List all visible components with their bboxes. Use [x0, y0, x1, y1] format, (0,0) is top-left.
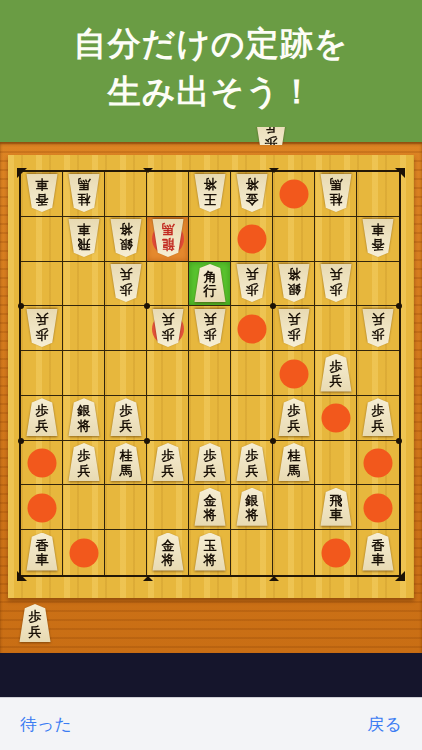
move-indicator-dot[interactable]: [280, 180, 309, 209]
shogi-piece-pawn-sente[interactable]: 歩兵: [68, 443, 101, 481]
hoshi-dot: [144, 438, 150, 444]
move-indicator-dot[interactable]: [28, 493, 57, 522]
move-indicator-dot[interactable]: [238, 225, 267, 254]
undo-button[interactable]: 待った: [20, 713, 72, 736]
shogi-piece-bishop-sente[interactable]: 角行: [194, 264, 227, 302]
board-edge-mark: [269, 571, 279, 581]
move-indicator-dot[interactable]: [364, 449, 393, 478]
move-indicator-dot[interactable]: [364, 493, 393, 522]
shogi-piece-knight-sente[interactable]: 桂馬: [278, 443, 311, 481]
shogi-piece-lance-sente[interactable]: 香車: [362, 533, 395, 571]
move-indicator-dot[interactable]: [322, 538, 351, 567]
shogi-piece-pawn-gote[interactable]: 歩兵: [362, 309, 395, 347]
board-overlay: 香車桂馬王将金将桂馬飛車銀将龍馬香車歩兵角行歩兵銀将歩兵歩兵歩兵歩兵歩兵歩兵歩兵…: [21, 172, 399, 575]
shogi-piece-knight-sente[interactable]: 桂馬: [110, 443, 143, 481]
promo-title-line1: 自分だけの定跡を: [0, 20, 422, 68]
hoshi-dot: [396, 303, 402, 309]
shogi-piece-king-sente[interactable]: 玉将: [194, 533, 227, 571]
shogi-piece-rook-gote[interactable]: 飛車: [68, 219, 101, 257]
shogi-piece-gold-sente[interactable]: 金将: [194, 488, 227, 526]
shogi-piece-lance-gote[interactable]: 香車: [362, 219, 395, 257]
opponent-captured-piece-tray: 歩兵: [254, 127, 288, 145]
board-edge-mark: [17, 571, 27, 581]
board-edge-mark: [143, 168, 153, 178]
board-edge-mark: [395, 168, 405, 178]
hoshi-dot: [396, 438, 402, 444]
board-edge-mark: [395, 571, 405, 581]
shogi-piece-pawn-sente[interactable]: 歩兵: [320, 354, 353, 392]
bottom-dark-band: [0, 653, 422, 697]
shogi-piece-king-gote[interactable]: 王将: [194, 174, 227, 212]
shogi-piece-pawn-gote[interactable]: 歩兵: [110, 264, 143, 302]
hoshi-dot: [270, 303, 276, 309]
promo-banner: 自分だけの定跡を 生み出そう！: [0, 0, 422, 142]
shogi-app-screen: 香車桂馬王将金将桂馬飛車銀将龍馬香車歩兵角行歩兵銀将歩兵歩兵歩兵歩兵歩兵歩兵歩兵…: [0, 0, 422, 750]
shogi-piece-silver-gote[interactable]: 銀将: [110, 219, 143, 257]
promo-title-line2: 生み出そう！: [0, 68, 422, 116]
shogi-piece-silver-sente[interactable]: 銀将: [68, 398, 101, 436]
shogi-piece-pawn-sente[interactable]: 歩兵: [278, 398, 311, 436]
shogi-piece-gold-gote[interactable]: 金将: [236, 174, 269, 212]
shogi-piece-lance-gote[interactable]: 香車: [26, 174, 59, 212]
board-edge-mark: [269, 168, 279, 178]
shogi-piece-pawn-gote[interactable]: 歩兵: [236, 264, 269, 302]
shogi-piece-lance-sente[interactable]: 香車: [26, 533, 59, 571]
hoshi-dot: [144, 303, 150, 309]
hoshi-dot: [270, 438, 276, 444]
shogi-piece-pawn-sente[interactable]: 歩兵: [26, 398, 59, 436]
shogi-piece-pawn-gote[interactable]: 歩兵: [26, 309, 59, 347]
shogi-piece-pawn-gote[interactable]: 歩兵: [278, 309, 311, 347]
shogi-piece-silver-gote[interactable]: 銀将: [278, 264, 311, 302]
shogi-piece-silver-sente[interactable]: 銀将: [236, 488, 269, 526]
captured-pawn[interactable]: 歩兵: [19, 604, 52, 642]
board-edge-mark: [143, 571, 153, 581]
shogi-piece-pawn-sente[interactable]: 歩兵: [152, 443, 185, 481]
shogi-piece-pawn-gote[interactable]: 歩兵: [194, 309, 227, 347]
hoshi-dot: [18, 438, 24, 444]
shogi-piece-pawn-gote[interactable]: 歩兵: [152, 309, 185, 347]
back-button[interactable]: 戻る: [368, 713, 402, 736]
move-indicator-dot[interactable]: [70, 538, 99, 567]
shogi-piece-knight-gote[interactable]: 桂馬: [320, 174, 353, 212]
move-indicator-dot[interactable]: [28, 449, 57, 478]
shogi-piece-promoted-bishop-gote[interactable]: 龍馬: [152, 219, 185, 257]
shogi-piece-pawn-sente[interactable]: 歩兵: [362, 398, 395, 436]
shogi-piece-rook-sente[interactable]: 飛車: [320, 488, 353, 526]
shogi-piece-pawn-gote[interactable]: 歩兵: [320, 264, 353, 302]
move-indicator-dot[interactable]: [280, 359, 309, 388]
shogi-piece-gold-sente[interactable]: 金将: [152, 533, 185, 571]
hoshi-dot: [18, 303, 24, 309]
shogi-piece-pawn-sente[interactable]: 歩兵: [110, 398, 143, 436]
shogi-piece-knight-gote[interactable]: 桂馬: [68, 174, 101, 212]
move-indicator-dot[interactable]: [322, 404, 351, 433]
opponent-captured-piece[interactable]: 歩兵: [255, 127, 288, 145]
shogi-piece-pawn-sente[interactable]: 歩兵: [236, 443, 269, 481]
move-indicator-dot[interactable]: [238, 314, 267, 343]
shogi-piece-pawn-sente[interactable]: 歩兵: [194, 443, 227, 481]
bottom-toolbar: 待った 戻る: [0, 697, 422, 750]
